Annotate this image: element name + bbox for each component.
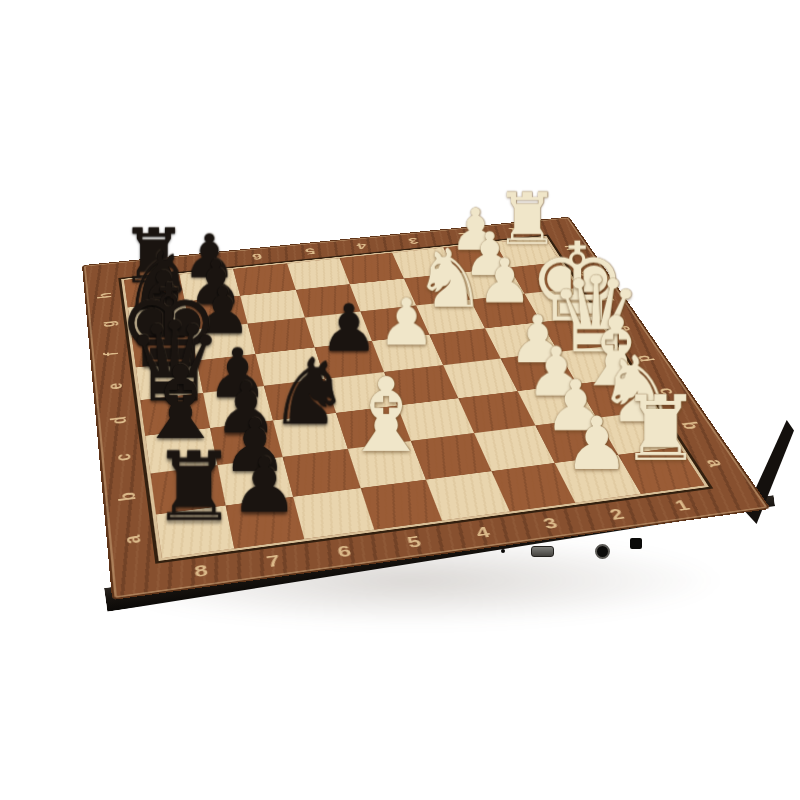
square-a6[interactable] [293,488,374,539]
pinhole [501,549,505,553]
white-bishop-b5[interactable]: ♝ [340,369,432,464]
square-h4[interactable] [340,253,404,284]
connector-nub [630,538,642,549]
label-front-3: 3 [512,508,589,538]
black-pawn-a7[interactable]: ♟ [230,452,298,522]
label-front-1: 1 [644,491,722,521]
square-a7[interactable]: ♟ [225,497,304,549]
label-far-4: 4 [334,238,391,255]
chessboard-scene: 87654321 87654321 hgfedcba hgfedcba ♜♟♟♜… [0,0,800,800]
square-a1[interactable]: ♜ [618,447,705,494]
white-rook-a1[interactable]: ♜ [620,387,701,470]
white-pawn-a2[interactable]: ♟ [564,411,630,478]
label-front-6: 6 [306,536,383,568]
label-far-5: 5 [282,243,339,261]
label-front-4: 4 [444,517,521,548]
square-e3[interactable] [429,328,501,365]
label-front-2: 2 [578,499,655,529]
square-a8[interactable]: ♜ [156,505,234,558]
label-front-8: 8 [163,555,240,588]
black-rook-a8[interactable]: ♜ [151,443,237,531]
square-a4[interactable] [426,471,509,521]
square-a5[interactable] [360,479,442,529]
power-jack-port[interactable] [595,544,610,559]
white-pawn-e4[interactable]: ♟ [378,293,436,353]
label-front-5: 5 [376,526,453,557]
label-front-7: 7 [235,545,312,578]
mini-usb-port[interactable] [531,546,554,557]
